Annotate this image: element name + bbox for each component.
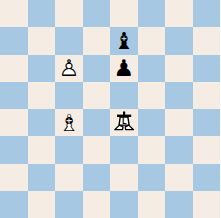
square-d8[interactable] xyxy=(83,0,111,27)
square-e5[interactable] xyxy=(110,82,138,109)
square-e8[interactable] xyxy=(110,0,138,27)
square-b8[interactable] xyxy=(28,0,56,27)
square-e3[interactable] xyxy=(110,136,138,163)
square-f8[interactable] xyxy=(138,0,166,27)
square-b6[interactable] xyxy=(28,55,56,82)
square-e2[interactable] xyxy=(110,164,138,191)
square-h2[interactable] xyxy=(193,164,221,191)
white-pawn-piece[interactable]: ♟♙ xyxy=(57,55,81,81)
square-e6[interactable]: ♟ xyxy=(110,55,138,82)
square-h3[interactable] xyxy=(193,136,221,163)
black-pawn-piece[interactable]: ♟ xyxy=(112,55,136,81)
square-c5[interactable] xyxy=(55,82,83,109)
square-e1[interactable] xyxy=(110,191,138,218)
square-a1[interactable] xyxy=(0,191,28,218)
square-d3[interactable] xyxy=(83,136,111,163)
white-bishop-outline: ♗ xyxy=(57,110,81,136)
square-c6[interactable]: ♟♙ xyxy=(55,55,83,82)
square-a7[interactable] xyxy=(0,27,28,54)
square-b5[interactable] xyxy=(28,82,56,109)
square-h5[interactable] xyxy=(193,82,221,109)
square-f4[interactable] xyxy=(138,109,166,136)
square-d1[interactable] xyxy=(83,191,111,218)
square-b4[interactable] xyxy=(28,109,56,136)
chess-board: ♝♟♙♟♝♗ L xyxy=(0,0,220,218)
square-f1[interactable] xyxy=(138,191,166,218)
square-h8[interactable] xyxy=(193,0,221,27)
square-f7[interactable] xyxy=(138,27,166,54)
square-a5[interactable] xyxy=(0,82,28,109)
square-c1[interactable] xyxy=(55,191,83,218)
white-lance-icon: L xyxy=(112,110,136,134)
square-a6[interactable] xyxy=(0,55,28,82)
square-h4[interactable] xyxy=(193,109,221,136)
square-g2[interactable] xyxy=(165,164,193,191)
square-c8[interactable] xyxy=(55,0,83,27)
white-bishop-piece[interactable]: ♝♗ xyxy=(57,110,81,136)
white-lance-piece[interactable]: L xyxy=(112,110,136,136)
square-f6[interactable] xyxy=(138,55,166,82)
square-d6[interactable] xyxy=(83,55,111,82)
square-b7[interactable] xyxy=(28,27,56,54)
square-f3[interactable] xyxy=(138,136,166,163)
square-h1[interactable] xyxy=(193,191,221,218)
square-h7[interactable] xyxy=(193,27,221,54)
square-f5[interactable] xyxy=(138,82,166,109)
square-c3[interactable] xyxy=(55,136,83,163)
square-g4[interactable] xyxy=(165,109,193,136)
square-e4[interactable]: L xyxy=(110,109,138,136)
square-c7[interactable] xyxy=(55,27,83,54)
square-h6[interactable] xyxy=(193,55,221,82)
square-a3[interactable] xyxy=(0,136,28,163)
square-b3[interactable] xyxy=(28,136,56,163)
square-d5[interactable] xyxy=(83,82,111,109)
square-b2[interactable] xyxy=(28,164,56,191)
square-g1[interactable] xyxy=(165,191,193,218)
square-d7[interactable] xyxy=(83,27,111,54)
square-g7[interactable] xyxy=(165,27,193,54)
square-f2[interactable] xyxy=(138,164,166,191)
square-d4[interactable] xyxy=(83,109,111,136)
white-pawn-outline: ♙ xyxy=(57,55,81,81)
square-d2[interactable] xyxy=(83,164,111,191)
lance-letter: L xyxy=(121,116,126,125)
square-g6[interactable] xyxy=(165,55,193,82)
square-e7[interactable]: ♝ xyxy=(110,27,138,54)
square-g5[interactable] xyxy=(165,82,193,109)
square-g3[interactable] xyxy=(165,136,193,163)
square-b1[interactable] xyxy=(28,191,56,218)
square-a2[interactable] xyxy=(0,164,28,191)
square-c4[interactable]: ♝♗ xyxy=(55,109,83,136)
black-bishop-piece[interactable]: ♝ xyxy=(112,28,136,54)
square-g8[interactable] xyxy=(165,0,193,27)
square-a4[interactable] xyxy=(0,109,28,136)
square-a8[interactable] xyxy=(0,0,28,27)
square-c2[interactable] xyxy=(55,164,83,191)
